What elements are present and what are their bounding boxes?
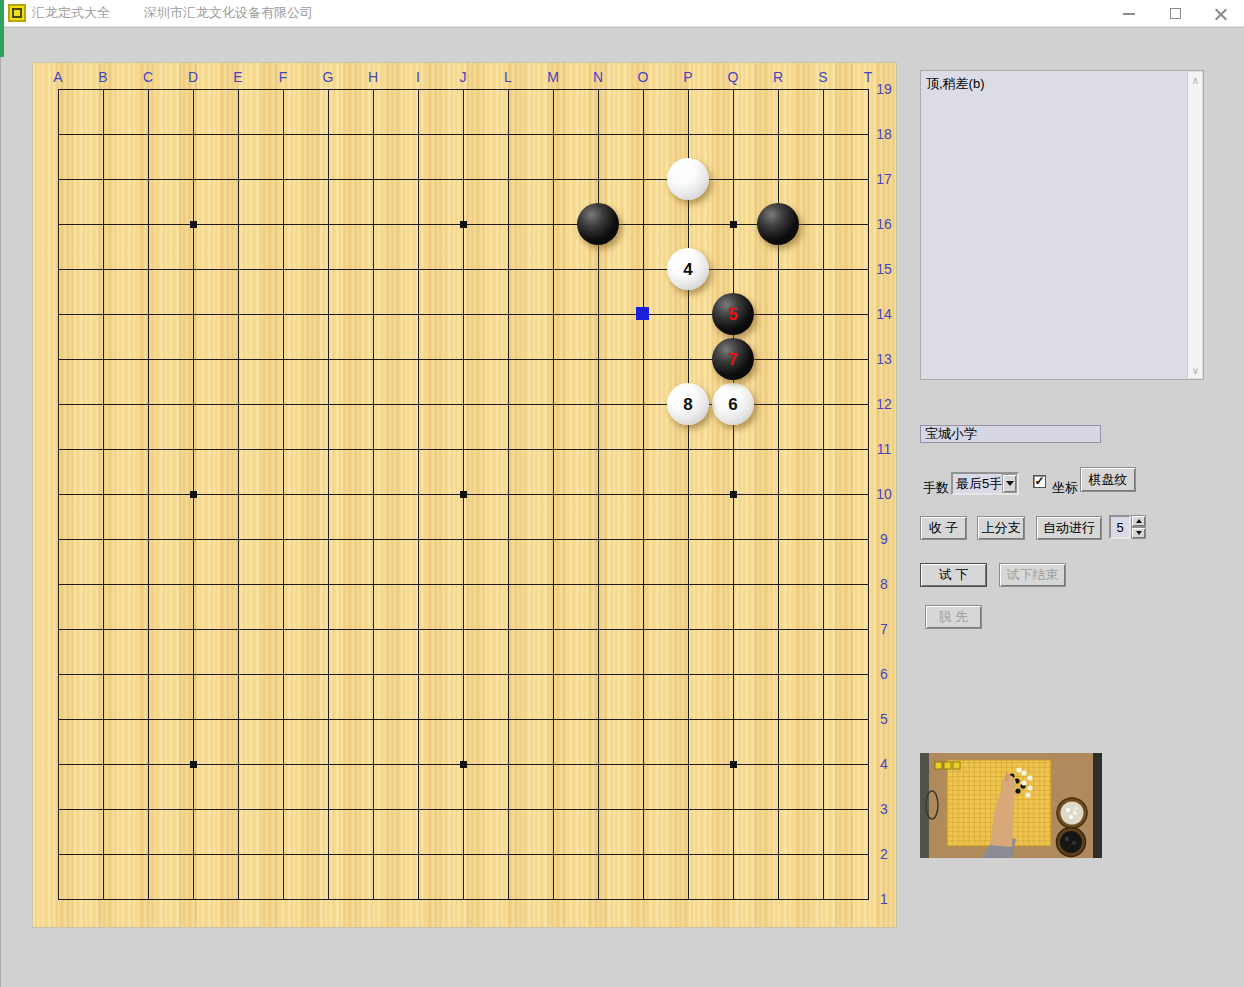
window-title: 汇龙定式大全 — [32, 4, 110, 22]
move-number: 4 — [683, 261, 692, 278]
move-number: 6 — [728, 396, 737, 413]
row-label-1: 1 — [871, 891, 897, 907]
comment-scrollbar[interactable] — [1187, 72, 1202, 378]
grid-line-vertical — [688, 89, 689, 900]
row-label-11: 11 — [871, 441, 897, 457]
row-label-3: 3 — [871, 801, 897, 817]
row-label-5: 5 — [871, 711, 897, 727]
close-icon[interactable] — [1198, 0, 1244, 27]
grid-line-horizontal — [58, 674, 869, 675]
row-label-15: 15 — [871, 261, 897, 277]
window-company: 深圳市汇龙文化设备有限公司 — [144, 4, 313, 22]
board-grid[interactable]: 45678 — [58, 89, 869, 900]
window-controls — [1106, 0, 1244, 27]
grid-line-horizontal — [58, 719, 869, 720]
auto-play-button[interactable]: 自动进行 — [1036, 516, 1102, 540]
dropdown-arrow-button[interactable] — [1002, 474, 1017, 493]
row-label-18: 18 — [871, 126, 897, 142]
move-number: 5 — [728, 306, 737, 323]
column-label-A: A — [47, 69, 69, 85]
column-label-F: F — [272, 69, 294, 85]
take-back-button[interactable]: 收 子 — [920, 516, 967, 540]
row-label-8: 8 — [871, 576, 897, 592]
grid-line-horizontal — [58, 809, 869, 810]
grid-line-vertical — [868, 89, 869, 900]
column-label-D: D — [182, 69, 204, 85]
grid-line-horizontal — [58, 539, 869, 540]
row-label-7: 7 — [871, 621, 897, 637]
star-point — [730, 221, 737, 228]
next-move-marker-O14[interactable] — [636, 307, 649, 320]
try-move-button[interactable]: 试 下 — [920, 563, 987, 587]
column-label-R: R — [767, 69, 789, 85]
row-label-16: 16 — [871, 216, 897, 232]
black-stone-N16[interactable] — [577, 203, 619, 245]
black-stone-R16[interactable] — [757, 203, 799, 245]
column-label-Q: Q — [722, 69, 744, 85]
column-label-I: I — [407, 69, 429, 85]
chevron-down-icon — [1006, 481, 1014, 486]
column-label-L: L — [497, 69, 519, 85]
row-label-19: 19 — [871, 81, 897, 97]
row-label-14: 14 — [871, 306, 897, 322]
column-label-S: S — [812, 69, 834, 85]
minimize-icon[interactable] — [1106, 0, 1152, 27]
auto-play-count[interactable]: 5 — [1109, 515, 1131, 539]
maximize-icon[interactable] — [1152, 0, 1198, 27]
row-label-4: 4 — [871, 756, 897, 772]
grid-line-horizontal — [58, 854, 869, 855]
row-label-6: 6 — [871, 666, 897, 682]
column-label-E: E — [227, 69, 249, 85]
grid-line-horizontal — [58, 899, 869, 900]
video-bowl-black — [1057, 828, 1086, 857]
coords-checkbox-label: 坐标 — [1052, 479, 1078, 497]
white-stone-Q12[interactable]: 6 — [712, 383, 754, 425]
column-label-J: J — [452, 69, 474, 85]
school-name-input[interactable] — [920, 425, 1101, 443]
spinner-up-icon[interactable] — [1131, 515, 1146, 527]
star-point — [190, 221, 197, 228]
app-logo-icon — [8, 4, 26, 22]
video-thumbnail[interactable] — [920, 753, 1102, 858]
star-point — [190, 491, 197, 498]
black-stone-Q13[interactable]: 7 — [712, 338, 754, 380]
video-logo — [935, 762, 960, 769]
grid-line-horizontal — [58, 584, 869, 585]
up-branch-button[interactable]: 上分支 — [977, 516, 1025, 540]
row-label-12: 12 — [871, 396, 897, 412]
star-point — [190, 761, 197, 768]
column-label-B: B — [92, 69, 114, 85]
row-label-2: 2 — [871, 846, 897, 862]
video-right-edge — [1093, 753, 1102, 858]
column-label-M: M — [542, 69, 564, 85]
row-label-9: 9 — [871, 531, 897, 547]
grid-line-horizontal — [58, 629, 869, 630]
grid-line-vertical — [508, 89, 509, 900]
board-texture-button[interactable]: 棋盘纹 — [1080, 467, 1136, 492]
moves-label: 手数 — [923, 479, 949, 497]
comment-box[interactable]: 顶,稍差(b) — [920, 70, 1204, 380]
star-point — [730, 491, 737, 498]
star-point — [460, 221, 467, 228]
auto-play-spinner — [1131, 515, 1146, 539]
grid-line-vertical — [643, 89, 644, 900]
row-label-17: 17 — [871, 171, 897, 187]
moves-dropdown[interactable]: 最后5手 — [951, 472, 1019, 495]
column-label-P: P — [677, 69, 699, 85]
column-label-G: G — [317, 69, 339, 85]
video-left-edge — [920, 753, 929, 858]
scroll-down-icon[interactable] — [1188, 362, 1203, 378]
star-point — [460, 491, 467, 498]
grid-line-vertical — [553, 89, 554, 900]
scroll-up-icon[interactable] — [1188, 72, 1203, 88]
move-number: 8 — [683, 396, 692, 413]
column-label-H: H — [362, 69, 384, 85]
move-number: 7 — [728, 351, 737, 368]
column-label-O: O — [632, 69, 654, 85]
star-point — [730, 761, 737, 768]
end-try-button[interactable]: 试下结束 — [999, 563, 1066, 587]
star-point — [460, 761, 467, 768]
comment-text: 顶,稍差(b) — [926, 75, 1183, 93]
column-label-C: C — [137, 69, 159, 85]
row-label-13: 13 — [871, 351, 897, 367]
black-stone-Q14[interactable]: 5 — [712, 293, 754, 335]
white-stone-P12[interactable]: 8 — [667, 383, 709, 425]
coords-checkbox[interactable] — [1033, 475, 1046, 488]
column-label-N: N — [587, 69, 609, 85]
white-stone-P17[interactable] — [667, 158, 709, 200]
row-label-10: 10 — [871, 486, 897, 502]
white-stone-P15[interactable]: 4 — [667, 248, 709, 290]
moves-dropdown-value: 最后5手 — [953, 475, 1002, 493]
tenuki-button[interactable]: 脱 先 — [925, 605, 982, 629]
titlebar: 汇龙定式大全 深圳市汇龙文化设备有限公司 — [0, 0, 1244, 27]
video-bowl-white — [1057, 798, 1087, 828]
grid-line-vertical — [823, 89, 824, 900]
goban[interactable]: ABCDEFGHIJLMNOPQRST 19181716151413121110… — [32, 62, 897, 928]
window-edge-accent — [0, 0, 4, 57]
app-logo-glyph — [12, 8, 22, 18]
spinner-down-icon[interactable] — [1131, 527, 1146, 539]
